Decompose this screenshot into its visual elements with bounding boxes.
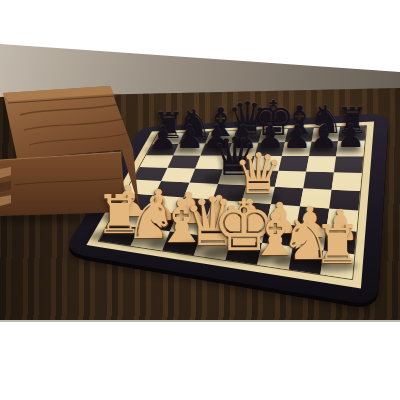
storage-box bbox=[0, 86, 139, 223]
board-and-box-graphic bbox=[0, 0, 400, 400]
scene: ♜♞♝♛♚♝♞♜♟♟♟♟♟♟♟♟♛♛♟♟♟♟♟♟♟♟♜♞♝♛♚♝♞♜ bbox=[0, 0, 400, 400]
table-front-edge bbox=[0, 320, 400, 322]
